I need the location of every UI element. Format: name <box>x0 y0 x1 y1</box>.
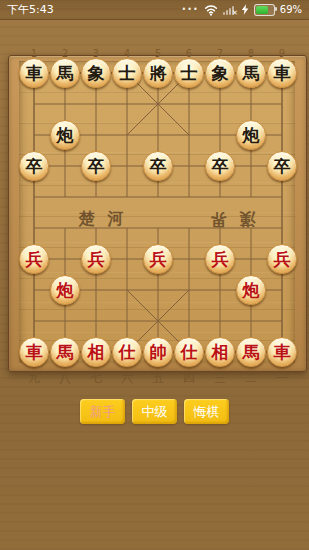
piece-red-兵[interactable]: 兵 <box>19 244 49 274</box>
piece-red-相[interactable]: 相 <box>205 337 235 367</box>
cellular-signal-icon: ✕ <box>223 5 234 15</box>
file-coordinate-bottom: 七 <box>86 371 106 385</box>
file-coordinate-bottom: 二 <box>241 371 261 385</box>
piece-black-卒[interactable]: 卒 <box>267 151 297 181</box>
piece-red-車[interactable]: 車 <box>19 337 49 367</box>
piece-black-車[interactable]: 車 <box>267 58 297 88</box>
piece-red-帥[interactable]: 帥 <box>143 337 173 367</box>
board-grid: 楚河 漢界 <box>19 61 295 363</box>
file-coordinate-bottom: 八 <box>55 371 75 385</box>
piece-black-卒[interactable]: 卒 <box>205 151 235 181</box>
app-screen: 下午5:43 ••• ✕ 69% 123456789 <box>0 0 309 550</box>
file-coordinate-bottom: 三 <box>210 371 230 385</box>
piece-red-馬[interactable]: 馬 <box>50 337 80 367</box>
piece-red-相[interactable]: 相 <box>81 337 111 367</box>
wifi-icon <box>204 3 218 16</box>
piece-red-車[interactable]: 車 <box>267 337 297 367</box>
piece-red-仕[interactable]: 仕 <box>112 337 142 367</box>
piece-black-卒[interactable]: 卒 <box>19 151 49 181</box>
undo-move-button[interactable]: 悔棋 <box>184 399 229 424</box>
piece-black-卒[interactable]: 卒 <box>143 151 173 181</box>
file-coordinate-bottom: 四 <box>179 371 199 385</box>
river-label-chuhe: 楚河 <box>56 208 146 230</box>
piece-red-兵[interactable]: 兵 <box>81 244 111 274</box>
piece-red-炮[interactable]: 炮 <box>236 275 266 305</box>
charging-bolt-icon <box>241 3 249 16</box>
status-bar: 下午5:43 ••• ✕ 69% <box>0 0 309 20</box>
piece-black-炮[interactable]: 炮 <box>236 120 266 150</box>
piece-black-將[interactable]: 將 <box>143 58 173 88</box>
piece-black-士[interactable]: 士 <box>174 58 204 88</box>
beginner-level-button[interactable]: 新手 <box>80 399 125 424</box>
battery-percent: 69% <box>280 4 302 15</box>
notification-dots-icon: ••• <box>182 0 199 20</box>
river-label-hanjie: 漢界 <box>188 208 278 230</box>
piece-black-馬[interactable]: 馬 <box>236 58 266 88</box>
xiangqi-board[interactable]: 123456789 楚河 漢界 車馬象士將士象馬車炮炮卒卒卒卒卒兵兵兵兵兵炮炮車… <box>8 55 307 372</box>
piece-black-象[interactable]: 象 <box>81 58 111 88</box>
piece-red-兵[interactable]: 兵 <box>205 244 235 274</box>
piece-red-仕[interactable]: 仕 <box>174 337 204 367</box>
piece-black-馬[interactable]: 馬 <box>50 58 80 88</box>
piece-red-兵[interactable]: 兵 <box>267 244 297 274</box>
piece-black-象[interactable]: 象 <box>205 58 235 88</box>
clock: 下午5:43 <box>7 2 54 17</box>
piece-red-炮[interactable]: 炮 <box>50 275 80 305</box>
intermediate-level-button[interactable]: 中级 <box>132 399 177 424</box>
action-buttons: 新手 中级 悔棋 <box>0 399 309 424</box>
piece-red-兵[interactable]: 兵 <box>143 244 173 274</box>
piece-black-車[interactable]: 車 <box>19 58 49 88</box>
status-icons: ••• ✕ 69% <box>182 0 302 20</box>
file-coordinate-bottom: 六 <box>117 371 137 385</box>
piece-red-馬[interactable]: 馬 <box>236 337 266 367</box>
file-coordinate-bottom: 一 <box>272 371 292 385</box>
no-service-x-icon: ✕ <box>232 9 238 17</box>
file-coordinate-bottom: 九 <box>24 371 44 385</box>
file-coordinate-bottom: 五 <box>148 371 168 385</box>
piece-black-卒[interactable]: 卒 <box>81 151 111 181</box>
piece-black-炮[interactable]: 炮 <box>50 120 80 150</box>
battery-icon <box>254 4 275 16</box>
piece-black-士[interactable]: 士 <box>112 58 142 88</box>
